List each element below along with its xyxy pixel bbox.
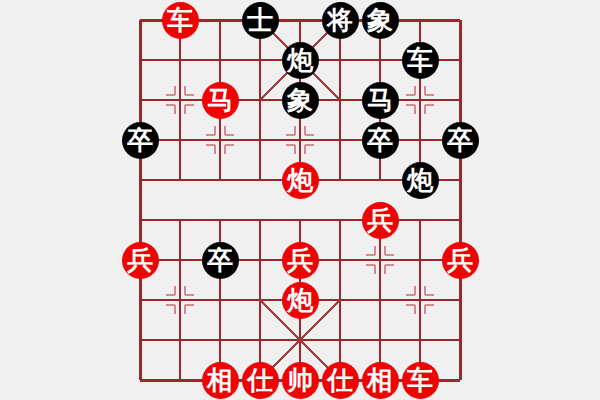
piece-red-advisor[interactable]: 仕 (322, 362, 359, 399)
piece-black-soldier[interactable]: 卒 (122, 122, 159, 159)
piece-red-chariot[interactable]: 车 (162, 2, 199, 39)
piece-red-soldier[interactable]: 兵 (282, 242, 319, 279)
piece-red-horse[interactable]: 马 (202, 82, 239, 119)
piece-black-soldier[interactable]: 卒 (362, 122, 399, 159)
piece-red-advisor[interactable]: 仕 (242, 362, 279, 399)
piece-black-elephant[interactable]: 象 (282, 82, 319, 119)
board-pieces-layer: 车士将象炮车马象马卒卒卒炮炮兵兵卒兵兵炮相仕帅仕相车 (120, 0, 480, 400)
piece-black-soldier[interactable]: 卒 (202, 242, 239, 279)
piece-black-chariot[interactable]: 车 (402, 42, 439, 79)
piece-red-soldier[interactable]: 兵 (122, 242, 159, 279)
piece-red-soldier[interactable]: 兵 (362, 202, 399, 239)
piece-red-general[interactable]: 帅 (282, 362, 319, 399)
piece-red-chariot[interactable]: 车 (402, 362, 439, 399)
piece-black-soldier[interactable]: 卒 (442, 122, 479, 159)
piece-red-elephant[interactable]: 相 (362, 362, 399, 399)
piece-black-cannon[interactable]: 炮 (402, 162, 439, 199)
piece-red-cannon[interactable]: 炮 (282, 282, 319, 319)
piece-red-elephant[interactable]: 相 (202, 362, 239, 399)
piece-black-cannon[interactable]: 炮 (282, 42, 319, 79)
piece-black-horse[interactable]: 马 (362, 82, 399, 119)
piece-black-elephant[interactable]: 象 (362, 2, 399, 39)
piece-red-soldier[interactable]: 兵 (442, 242, 479, 279)
piece-red-cannon[interactable]: 炮 (282, 162, 319, 199)
xiangqi-board: 车士将象炮车马象马卒卒卒炮炮兵兵卒兵兵炮相仕帅仕相车 (0, 0, 600, 400)
piece-black-general[interactable]: 将 (322, 2, 359, 39)
piece-black-advisor[interactable]: 士 (242, 2, 279, 39)
